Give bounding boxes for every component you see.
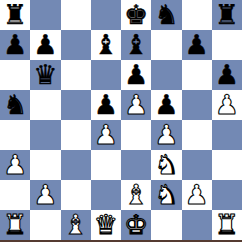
square-c1[interactable]: ♝ [61, 210, 91, 240]
black-pawn-piece[interactable]: ♟ [154, 90, 178, 120]
chess-board: ♜♚♞♜♟♟♝♝♟♛♟♟♞♟♟♟♟♟♟♟♞♟♝♞♟♜♝♛♚♜ [0, 0, 242, 240]
square-c8[interactable] [61, 0, 91, 30]
square-d8[interactable] [91, 0, 121, 30]
square-b3[interactable] [30, 150, 60, 180]
square-g2[interactable]: ♟ [182, 180, 212, 210]
square-b4[interactable] [30, 120, 60, 150]
square-a7[interactable]: ♟ [0, 30, 30, 60]
square-f3[interactable]: ♞ [151, 150, 181, 180]
chess-board-wrap: ♜♚♞♜♟♟♝♝♟♛♟♟♞♟♟♟♟♟♟♟♞♟♝♞♟♜♝♛♚♜ [0, 0, 242, 242]
square-c6[interactable] [61, 60, 91, 90]
square-h2[interactable] [212, 180, 242, 210]
square-h4[interactable] [212, 120, 242, 150]
square-g5[interactable] [182, 90, 212, 120]
black-pawn-piece[interactable]: ♟ [124, 60, 148, 90]
square-c4[interactable] [61, 120, 91, 150]
square-h5[interactable]: ♟ [212, 90, 242, 120]
black-queen-piece[interactable]: ♛ [33, 60, 57, 90]
square-h6[interactable]: ♟ [212, 60, 242, 90]
black-pawn-piece[interactable]: ♟ [185, 30, 209, 60]
square-f8[interactable]: ♞ [151, 0, 181, 30]
square-a3[interactable]: ♟ [0, 150, 30, 180]
white-king-piece[interactable]: ♚ [124, 210, 148, 240]
white-rook-piece[interactable]: ♜ [215, 210, 239, 240]
white-pawn-piece[interactable]: ♟ [124, 90, 148, 120]
square-c5[interactable] [61, 90, 91, 120]
square-e2[interactable]: ♝ [121, 180, 151, 210]
square-e7[interactable]: ♝ [121, 30, 151, 60]
white-knight-piece[interactable]: ♞ [154, 180, 178, 210]
white-bishop-piece[interactable]: ♝ [124, 180, 148, 210]
square-e8[interactable]: ♚ [121, 0, 151, 30]
square-h7[interactable] [212, 30, 242, 60]
white-queen-piece[interactable]: ♛ [94, 210, 118, 240]
white-pawn-piece[interactable]: ♟ [94, 120, 118, 150]
square-d1[interactable]: ♛ [91, 210, 121, 240]
square-c3[interactable] [61, 150, 91, 180]
white-pawn-piece[interactable]: ♟ [154, 120, 178, 150]
black-pawn-piece[interactable]: ♟ [3, 30, 27, 60]
black-king-piece[interactable]: ♚ [124, 0, 148, 30]
square-b5[interactable] [30, 90, 60, 120]
square-a1[interactable]: ♜ [0, 210, 30, 240]
square-b2[interactable]: ♟ [30, 180, 60, 210]
square-d2[interactable] [91, 180, 121, 210]
black-rook-piece[interactable]: ♜ [215, 0, 239, 30]
white-pawn-piece[interactable]: ♟ [33, 180, 57, 210]
black-rook-piece[interactable]: ♜ [3, 0, 27, 30]
square-b7[interactable]: ♟ [30, 30, 60, 60]
square-a2[interactable] [0, 180, 30, 210]
square-a8[interactable]: ♜ [0, 0, 30, 30]
square-f6[interactable] [151, 60, 181, 90]
black-knight-piece[interactable]: ♞ [154, 0, 178, 30]
square-g6[interactable] [182, 60, 212, 90]
black-bishop-piece[interactable]: ♝ [94, 30, 118, 60]
square-a4[interactable] [0, 120, 30, 150]
black-pawn-piece[interactable]: ♟ [33, 30, 57, 60]
white-bishop-piece[interactable]: ♝ [64, 210, 88, 240]
square-h3[interactable] [212, 150, 242, 180]
square-d5[interactable]: ♟ [91, 90, 121, 120]
white-pawn-piece[interactable]: ♟ [215, 90, 239, 120]
square-f1[interactable] [151, 210, 181, 240]
square-g7[interactable]: ♟ [182, 30, 212, 60]
white-pawn-piece[interactable]: ♟ [185, 180, 209, 210]
black-knight-piece[interactable]: ♞ [3, 90, 27, 120]
square-d7[interactable]: ♝ [91, 30, 121, 60]
square-c2[interactable] [61, 180, 91, 210]
black-pawn-piece[interactable]: ♟ [94, 90, 118, 120]
square-a6[interactable] [0, 60, 30, 90]
square-e6[interactable]: ♟ [121, 60, 151, 90]
square-h1[interactable]: ♜ [212, 210, 242, 240]
square-g1[interactable] [182, 210, 212, 240]
square-g4[interactable] [182, 120, 212, 150]
square-f7[interactable] [151, 30, 181, 60]
square-b1[interactable] [30, 210, 60, 240]
square-h8[interactable]: ♜ [212, 0, 242, 30]
square-e1[interactable]: ♚ [121, 210, 151, 240]
white-pawn-piece[interactable]: ♟ [3, 150, 27, 180]
square-d6[interactable] [91, 60, 121, 90]
square-g8[interactable] [182, 0, 212, 30]
square-f2[interactable]: ♞ [151, 180, 181, 210]
square-b8[interactable] [30, 0, 60, 30]
square-b6[interactable]: ♛ [30, 60, 60, 90]
white-knight-piece[interactable]: ♞ [154, 150, 178, 180]
square-c7[interactable] [61, 30, 91, 60]
black-pawn-piece[interactable]: ♟ [215, 60, 239, 90]
square-e3[interactable] [121, 150, 151, 180]
square-f5[interactable]: ♟ [151, 90, 181, 120]
black-bishop-piece[interactable]: ♝ [124, 30, 148, 60]
square-g3[interactable] [182, 150, 212, 180]
square-e5[interactable]: ♟ [121, 90, 151, 120]
square-d3[interactable] [91, 150, 121, 180]
square-e4[interactable] [121, 120, 151, 150]
square-f4[interactable]: ♟ [151, 120, 181, 150]
white-rook-piece[interactable]: ♜ [3, 210, 27, 240]
square-d4[interactable]: ♟ [91, 120, 121, 150]
square-a5[interactable]: ♞ [0, 90, 30, 120]
